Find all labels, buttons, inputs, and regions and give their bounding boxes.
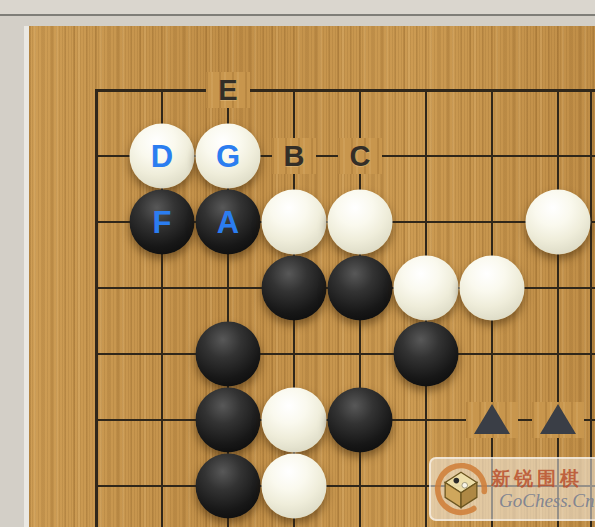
page-left-strip [24,26,29,527]
stone-black [328,388,393,453]
stone-black-F: F [130,190,195,255]
board-point-label-B[interactable]: B [272,138,316,174]
stone-letter: D [151,141,173,172]
stone-white [262,190,327,255]
stone-letter: A [217,207,239,238]
gochess-logo-icon [433,461,489,517]
watermark-site-name: 新锐围棋 [491,467,583,491]
stone-white [262,388,327,453]
triangle-mark-point[interactable] [532,402,584,438]
gochess-watermark: 新锐围棋 GoChess.Cn [429,457,595,521]
grid-line-horizontal [95,89,595,92]
stone-black [196,454,261,519]
stone-white [394,256,459,321]
page-left-margin [0,26,29,527]
stone-black [328,256,393,321]
stone-letter: G [216,141,240,172]
window-top-bar-lower [0,16,595,26]
stone-black-A: A [196,190,261,255]
stone-white [262,454,327,519]
watermark-site-url: GoChess.Cn [499,491,595,511]
triangle-mark-point[interactable] [466,402,518,438]
stone-black [196,388,261,453]
stone-white [526,190,591,255]
go-problem-screenshot: 新锐围棋 GoChess.Cn EBCDGFA [0,0,595,527]
stone-black [262,256,327,321]
triangle-mark-icon [474,404,510,434]
grid-line-horizontal [95,353,595,355]
stone-white-G: G [196,124,261,189]
stone-black [196,322,261,387]
window-top-bar [0,0,595,26]
stone-white-D: D [130,124,195,189]
stone-white [328,190,393,255]
stone-black [394,322,459,387]
triangle-mark-icon [540,404,576,434]
point-letter: E [218,76,237,105]
stone-white [460,256,525,321]
watermark-text-block: 新锐围棋 GoChess.Cn [491,467,595,511]
point-letter: B [284,142,305,171]
stone-letter: F [153,207,172,238]
board-point-label-C[interactable]: C [338,138,382,174]
point-letter: C [350,142,371,171]
board-point-label-E[interactable]: E [206,72,250,108]
